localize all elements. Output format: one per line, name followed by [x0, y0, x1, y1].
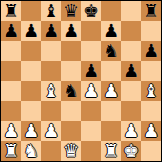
- piece-white-bishop-icon: ♝: [43, 81, 59, 101]
- square-a4[interactable]: [1, 81, 21, 101]
- square-b6[interactable]: [21, 41, 41, 61]
- piece-black-pawn-icon: ♟: [43, 21, 59, 41]
- square-e8[interactable]: ♚: [81, 1, 101, 21]
- square-h7[interactable]: [141, 21, 161, 41]
- square-e3[interactable]: [81, 101, 101, 121]
- piece-black-knight-icon: ♞: [103, 41, 119, 61]
- square-e4[interactable]: ♟: [81, 81, 101, 101]
- square-h2[interactable]: ♟: [141, 121, 161, 141]
- square-h5[interactable]: [141, 61, 161, 81]
- piece-black-knight-icon: ♞: [63, 81, 79, 101]
- square-b4[interactable]: [21, 81, 41, 101]
- square-g1[interactable]: ♚: [121, 141, 141, 161]
- piece-black-bishop-icon: ♝: [43, 1, 59, 21]
- piece-white-pawn-icon: ♟: [3, 121, 19, 141]
- piece-white-bishop-icon: ♝: [143, 81, 159, 101]
- square-h6[interactable]: ♟: [141, 41, 161, 61]
- square-g7[interactable]: [121, 21, 141, 41]
- square-h3[interactable]: [141, 101, 161, 121]
- square-f2[interactable]: [101, 121, 121, 141]
- square-a7[interactable]: ♟: [1, 21, 21, 41]
- square-f6[interactable]: ♞: [101, 41, 121, 61]
- piece-black-pawn-icon: ♟: [63, 21, 79, 41]
- square-e6[interactable]: [81, 41, 101, 61]
- square-c6[interactable]: [41, 41, 61, 61]
- square-b5[interactable]: [21, 61, 41, 81]
- square-c5[interactable]: [41, 61, 61, 81]
- piece-black-pawn-icon: ♟: [3, 21, 19, 41]
- square-d1[interactable]: ♛: [61, 141, 81, 161]
- chess-board: ♜♝♛♚♜♟♟♟♟♟♞♟♟♟♝♞♟♟♝♟♟♟♟♟♜♞♛♜♚: [0, 0, 162, 162]
- square-f3[interactable]: [101, 101, 121, 121]
- square-a5[interactable]: [1, 61, 21, 81]
- piece-black-pawn-icon: ♟: [23, 21, 39, 41]
- square-f8[interactable]: [101, 1, 121, 21]
- square-h1[interactable]: [141, 141, 161, 161]
- piece-white-pawn-icon: ♟: [43, 121, 59, 141]
- square-f1[interactable]: ♜: [101, 141, 121, 161]
- square-g8[interactable]: [121, 1, 141, 21]
- piece-white-knight-icon: ♞: [23, 141, 39, 161]
- square-a3[interactable]: [1, 101, 21, 121]
- square-c3[interactable]: [41, 101, 61, 121]
- square-f5[interactable]: [101, 61, 121, 81]
- piece-black-king-icon: ♚: [83, 1, 99, 21]
- piece-black-pawn-icon: ♟: [123, 61, 139, 81]
- square-d8[interactable]: ♛: [61, 1, 81, 21]
- square-d3[interactable]: [61, 101, 81, 121]
- square-a6[interactable]: [1, 41, 21, 61]
- piece-white-pawn-icon: ♟: [103, 81, 119, 101]
- piece-white-rook-icon: ♜: [103, 141, 119, 161]
- square-f4[interactable]: ♟: [101, 81, 121, 101]
- piece-black-rook-icon: ♜: [143, 1, 159, 21]
- piece-white-rook-icon: ♜: [3, 141, 19, 161]
- piece-black-queen-icon: ♛: [63, 1, 79, 21]
- piece-white-queen-icon: ♛: [63, 141, 79, 161]
- square-d7[interactable]: ♟: [61, 21, 81, 41]
- square-b8[interactable]: [21, 1, 41, 21]
- square-a2[interactable]: ♟: [1, 121, 21, 141]
- piece-white-pawn-icon: ♟: [143, 121, 159, 141]
- piece-white-pawn-icon: ♟: [23, 121, 39, 141]
- square-f7[interactable]: ♟: [101, 21, 121, 41]
- square-c4[interactable]: ♝: [41, 81, 61, 101]
- square-d2[interactable]: [61, 121, 81, 141]
- piece-black-pawn-icon: ♟: [143, 41, 159, 61]
- square-g5[interactable]: ♟: [121, 61, 141, 81]
- square-a8[interactable]: ♜: [1, 1, 21, 21]
- square-g6[interactable]: [121, 41, 141, 61]
- square-h8[interactable]: ♜: [141, 1, 161, 21]
- square-b3[interactable]: [21, 101, 41, 121]
- piece-white-pawn-icon: ♟: [123, 121, 139, 141]
- square-e5[interactable]: ♟: [81, 61, 101, 81]
- square-g3[interactable]: [121, 101, 141, 121]
- square-b7[interactable]: ♟: [21, 21, 41, 41]
- piece-black-pawn-icon: ♟: [103, 21, 119, 41]
- square-e7[interactable]: [81, 21, 101, 41]
- square-d6[interactable]: [61, 41, 81, 61]
- square-e1[interactable]: [81, 141, 101, 161]
- square-d4[interactable]: ♞: [61, 81, 81, 101]
- square-c1[interactable]: [41, 141, 61, 161]
- square-c8[interactable]: ♝: [41, 1, 61, 21]
- square-a1[interactable]: ♜: [1, 141, 21, 161]
- piece-black-pawn-icon: ♟: [83, 61, 99, 81]
- square-h4[interactable]: ♝: [141, 81, 161, 101]
- piece-white-pawn-icon: ♟: [83, 81, 99, 101]
- square-c7[interactable]: ♟: [41, 21, 61, 41]
- piece-white-king-icon: ♚: [123, 141, 139, 161]
- square-d5[interactable]: [61, 61, 81, 81]
- square-g4[interactable]: [121, 81, 141, 101]
- square-c2[interactable]: ♟: [41, 121, 61, 141]
- square-e2[interactable]: [81, 121, 101, 141]
- square-b1[interactable]: ♞: [21, 141, 41, 161]
- square-g2[interactable]: ♟: [121, 121, 141, 141]
- square-b2[interactable]: ♟: [21, 121, 41, 141]
- piece-black-rook-icon: ♜: [3, 1, 19, 21]
